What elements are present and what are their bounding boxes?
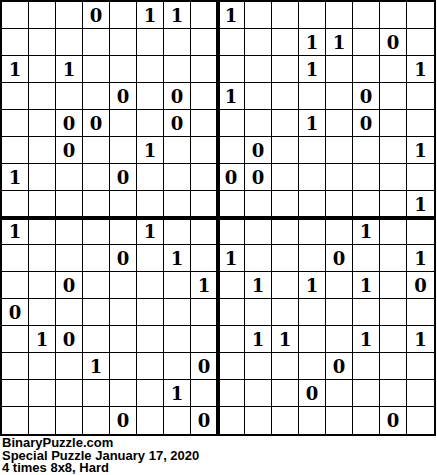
cell-r13c11: 1: [272, 326, 299, 353]
cell-r11c5[interactable]: [110, 272, 137, 299]
cell-r8c14[interactable]: [353, 191, 380, 218]
cell-r11c6[interactable]: [137, 272, 164, 299]
cell-r9c3[interactable]: [56, 218, 83, 245]
cell-r3c4[interactable]: [83, 56, 110, 83]
cell-r14c5[interactable]: [110, 353, 137, 380]
cell-r12c9[interactable]: [218, 299, 245, 326]
cell-r13c2: 1: [29, 326, 56, 353]
cell-r1c4: 0: [83, 2, 110, 29]
cell-r10c16: 1: [407, 245, 434, 272]
cell-r9c15[interactable]: [380, 218, 407, 245]
cell-r5c6[interactable]: [137, 110, 164, 137]
cell-r3c3: 1: [56, 56, 83, 83]
cell-r16c16[interactable]: [407, 407, 434, 434]
cell-r7c5: 0: [110, 164, 137, 191]
cell-r3c1: 1: [2, 56, 29, 83]
cell-r9c10[interactable]: [245, 218, 272, 245]
cell-r10c6[interactable]: [137, 245, 164, 272]
cell-r15c6[interactable]: [137, 380, 164, 407]
cell-r4c15[interactable]: [380, 83, 407, 110]
cell-r15c7: 1: [164, 380, 191, 407]
cell-r6c12[interactable]: [299, 137, 326, 164]
cell-r9c4[interactable]: [83, 218, 110, 245]
cell-r10c12[interactable]: [299, 245, 326, 272]
cell-r9c12[interactable]: [299, 218, 326, 245]
cell-r15c5[interactable]: [110, 380, 137, 407]
cell-r10c1[interactable]: [2, 245, 29, 272]
cell-r9c2[interactable]: [29, 218, 56, 245]
cell-r2c16[interactable]: [407, 29, 434, 56]
cell-r12c12[interactable]: [299, 299, 326, 326]
cell-r8c12[interactable]: [299, 191, 326, 218]
cell-r5c3: 0: [56, 110, 83, 137]
cell-r16c5: 0: [110, 407, 137, 434]
cell-r6c16: 1: [407, 137, 434, 164]
cell-r12c8[interactable]: [191, 299, 218, 326]
cell-r1c10[interactable]: [245, 2, 272, 29]
cell-r12c3[interactable]: [56, 299, 83, 326]
cell-r5c5[interactable]: [110, 110, 137, 137]
cell-r10c5: 0: [110, 245, 137, 272]
cell-r8c16: 1: [407, 191, 434, 218]
cell-r5c9[interactable]: [218, 110, 245, 137]
cell-r15c10[interactable]: [245, 380, 272, 407]
cell-r15c15[interactable]: [380, 380, 407, 407]
cell-r5c2[interactable]: [29, 110, 56, 137]
cell-r7c4[interactable]: [83, 164, 110, 191]
cell-r11c11[interactable]: [272, 272, 299, 299]
cell-r8c13[interactable]: [326, 191, 353, 218]
cell-r13c5[interactable]: [110, 326, 137, 353]
cell-r7c3[interactable]: [56, 164, 83, 191]
cell-r3c8[interactable]: [191, 56, 218, 83]
thick-divider-horizontal: [2, 216, 434, 220]
cell-r14c16[interactable]: [407, 353, 434, 380]
cell-r1c9: 1: [218, 2, 245, 29]
cell-r10c2[interactable]: [29, 245, 56, 272]
cell-r2c1[interactable]: [2, 29, 29, 56]
cell-r16c11[interactable]: [272, 407, 299, 434]
cell-r2c13: 1: [326, 29, 353, 56]
cell-r3c7[interactable]: [164, 56, 191, 83]
cell-r13c8[interactable]: [191, 326, 218, 353]
cell-r16c1[interactable]: [2, 407, 29, 434]
cell-r5c1[interactable]: [2, 110, 29, 137]
cell-r4c7: 0: [164, 83, 191, 110]
cell-r9c8[interactable]: [191, 218, 218, 245]
puzzle-page: 0111110111100100001001011000111101101011…: [0, 0, 437, 475]
cell-r3c6[interactable]: [137, 56, 164, 83]
cell-r13c14: 1: [353, 326, 380, 353]
cell-r5c4: 0: [83, 110, 110, 137]
cell-r13c4[interactable]: [83, 326, 110, 353]
cell-r11c1[interactable]: [2, 272, 29, 299]
cell-r2c2[interactable]: [29, 29, 56, 56]
cell-r6c5[interactable]: [110, 137, 137, 164]
cell-r15c12: 0: [299, 380, 326, 407]
cell-r12c11[interactable]: [272, 299, 299, 326]
cell-r15c2[interactable]: [29, 380, 56, 407]
cell-r13c12[interactable]: [299, 326, 326, 353]
cell-r2c4[interactable]: [83, 29, 110, 56]
cell-r12c7[interactable]: [164, 299, 191, 326]
cell-r6c7[interactable]: [164, 137, 191, 164]
cell-r8c4[interactable]: [83, 191, 110, 218]
cell-r2c11[interactable]: [272, 29, 299, 56]
cell-r7c1: 1: [2, 164, 29, 191]
cell-r8c15[interactable]: [380, 191, 407, 218]
cell-r12c2[interactable]: [29, 299, 56, 326]
cell-r10c8[interactable]: [191, 245, 218, 272]
cell-r10c4[interactable]: [83, 245, 110, 272]
cell-r9c11[interactable]: [272, 218, 299, 245]
cell-r8c2[interactable]: [29, 191, 56, 218]
cell-r13c13[interactable]: [326, 326, 353, 353]
cell-r1c5[interactable]: [110, 2, 137, 29]
cell-r3c12: 1: [299, 56, 326, 83]
cell-r11c2[interactable]: [29, 272, 56, 299]
cell-r15c3[interactable]: [56, 380, 83, 407]
cell-r2c6[interactable]: [137, 29, 164, 56]
cell-r3c14[interactable]: [353, 56, 380, 83]
cell-r3c2[interactable]: [29, 56, 56, 83]
cell-r12c4[interactable]: [83, 299, 110, 326]
cell-r2c9[interactable]: [218, 29, 245, 56]
cell-r8c9[interactable]: [218, 191, 245, 218]
cell-r10c3[interactable]: [56, 245, 83, 272]
cell-r15c9[interactable]: [218, 380, 245, 407]
cell-r4c3[interactable]: [56, 83, 83, 110]
cell-r6c13[interactable]: [326, 137, 353, 164]
cell-r2c15: 0: [380, 29, 407, 56]
cell-r11c8: 1: [191, 272, 218, 299]
cell-r1c6: 1: [137, 2, 164, 29]
cell-r4c10[interactable]: [245, 83, 272, 110]
puzzle-meta: 4 times 8x8, Hard: [2, 462, 437, 475]
cell-r12c1: 0: [2, 299, 29, 326]
cell-r3c5[interactable]: [110, 56, 137, 83]
cell-r11c4[interactable]: [83, 272, 110, 299]
cell-r1c3[interactable]: [56, 2, 83, 29]
cell-r4c1[interactable]: [2, 83, 29, 110]
cell-r10c7: 1: [164, 245, 191, 272]
cell-r8c6[interactable]: [137, 191, 164, 218]
cell-r11c13[interactable]: [326, 272, 353, 299]
cell-r14c7[interactable]: [164, 353, 191, 380]
cell-r13c1[interactable]: [2, 326, 29, 353]
cell-r5c16[interactable]: [407, 110, 434, 137]
cell-r12c10[interactable]: [245, 299, 272, 326]
cell-r2c10[interactable]: [245, 29, 272, 56]
cell-r16c12[interactable]: [299, 407, 326, 434]
cell-r5c12: 1: [299, 110, 326, 137]
cell-r13c7[interactable]: [164, 326, 191, 353]
cell-r7c7[interactable]: [164, 164, 191, 191]
cell-r3c10[interactable]: [245, 56, 272, 83]
cell-r13c15[interactable]: [380, 326, 407, 353]
cell-r11c7[interactable]: [164, 272, 191, 299]
cell-r1c16[interactable]: [407, 2, 434, 29]
cell-r14c13: 0: [326, 353, 353, 380]
cell-r1c1[interactable]: [2, 2, 29, 29]
cell-r6c3: 0: [56, 137, 83, 164]
cell-r16c6[interactable]: [137, 407, 164, 434]
cell-r15c16[interactable]: [407, 380, 434, 407]
cell-r7c14[interactable]: [353, 164, 380, 191]
cell-r14c6[interactable]: [137, 353, 164, 380]
cell-r15c11[interactable]: [272, 380, 299, 407]
cell-r5c13[interactable]: [326, 110, 353, 137]
cell-r1c11[interactable]: [272, 2, 299, 29]
cell-r3c9[interactable]: [218, 56, 245, 83]
cell-r4c16[interactable]: [407, 83, 434, 110]
cell-r16c14[interactable]: [353, 407, 380, 434]
cell-r7c10: 0: [245, 164, 272, 191]
cell-r14c15[interactable]: [380, 353, 407, 380]
cell-r6c2[interactable]: [29, 137, 56, 164]
cell-r4c13[interactable]: [326, 83, 353, 110]
cell-r7c13[interactable]: [326, 164, 353, 191]
cell-r7c11[interactable]: [272, 164, 299, 191]
cell-r13c3: 0: [56, 326, 83, 353]
cell-r7c8[interactable]: [191, 164, 218, 191]
cell-r1c7: 1: [164, 2, 191, 29]
cell-r7c16[interactable]: [407, 164, 434, 191]
cell-r16c13[interactable]: [326, 407, 353, 434]
cell-r14c2[interactable]: [29, 353, 56, 380]
cell-r11c9[interactable]: [218, 272, 245, 299]
cell-r5c10[interactable]: [245, 110, 272, 137]
cell-r3c13[interactable]: [326, 56, 353, 83]
cell-r7c15[interactable]: [380, 164, 407, 191]
cell-r10c15[interactable]: [380, 245, 407, 272]
cell-r1c13[interactable]: [326, 2, 353, 29]
cell-r1c15[interactable]: [380, 2, 407, 29]
cell-r14c11[interactable]: [272, 353, 299, 380]
cell-r6c14[interactable]: [353, 137, 380, 164]
cell-r4c6[interactable]: [137, 83, 164, 110]
cell-r14c9[interactable]: [218, 353, 245, 380]
cell-r13c9[interactable]: [218, 326, 245, 353]
cell-r15c8[interactable]: [191, 380, 218, 407]
cell-r9c16[interactable]: [407, 218, 434, 245]
cell-r16c4[interactable]: [83, 407, 110, 434]
cell-r9c6: 1: [137, 218, 164, 245]
cell-r2c12: 1: [299, 29, 326, 56]
cell-r8c3[interactable]: [56, 191, 83, 218]
cell-r10c13: 0: [326, 245, 353, 272]
cell-r12c6[interactable]: [137, 299, 164, 326]
cell-r4c4[interactable]: [83, 83, 110, 110]
cell-r9c14: 1: [353, 218, 380, 245]
cell-r15c13[interactable]: [326, 380, 353, 407]
cell-r15c4[interactable]: [83, 380, 110, 407]
cell-r6c1[interactable]: [2, 137, 29, 164]
cell-r8c5[interactable]: [110, 191, 137, 218]
cell-r1c2[interactable]: [29, 2, 56, 29]
cell-r16c9[interactable]: [218, 407, 245, 434]
cell-r14c10[interactable]: [245, 353, 272, 380]
cell-r12c5[interactable]: [110, 299, 137, 326]
cell-r10c14[interactable]: [353, 245, 380, 272]
cell-r5c14: 0: [353, 110, 380, 137]
cell-r6c6: 1: [137, 137, 164, 164]
cell-r2c8[interactable]: [191, 29, 218, 56]
cell-r1c12[interactable]: [299, 2, 326, 29]
cell-r11c15[interactable]: [380, 272, 407, 299]
cell-r8c1[interactable]: [2, 191, 29, 218]
cell-r12c13[interactable]: [326, 299, 353, 326]
binary-puzzle-board: 0111110111100100001001011000111101101011…: [0, 0, 436, 436]
cell-r6c15[interactable]: [380, 137, 407, 164]
cell-r3c11[interactable]: [272, 56, 299, 83]
cell-r13c16: 1: [407, 326, 434, 353]
cell-r7c6[interactable]: [137, 164, 164, 191]
cell-r14c3[interactable]: [56, 353, 83, 380]
cell-r8c11[interactable]: [272, 191, 299, 218]
cell-r9c9[interactable]: [218, 218, 245, 245]
cell-r8c7[interactable]: [164, 191, 191, 218]
cell-r12c15[interactable]: [380, 299, 407, 326]
cell-r4c9: 1: [218, 83, 245, 110]
cell-r16c8: 0: [191, 407, 218, 434]
cell-r8c8[interactable]: [191, 191, 218, 218]
cell-r5c11[interactable]: [272, 110, 299, 137]
cell-r1c14[interactable]: [353, 2, 380, 29]
cell-r4c11[interactable]: [272, 83, 299, 110]
cell-r5c8[interactable]: [191, 110, 218, 137]
cell-r8c10[interactable]: [245, 191, 272, 218]
cell-r9c7[interactable]: [164, 218, 191, 245]
cell-r2c5[interactable]: [110, 29, 137, 56]
cell-r11c12: 1: [299, 272, 326, 299]
cell-r7c12[interactable]: [299, 164, 326, 191]
cell-r15c14[interactable]: [353, 380, 380, 407]
cell-r10c11[interactable]: [272, 245, 299, 272]
cell-r11c14: 1: [353, 272, 380, 299]
cell-r3c16: 1: [407, 56, 434, 83]
cell-r14c1[interactable]: [2, 353, 29, 380]
cell-r14c14[interactable]: [353, 353, 380, 380]
cell-r4c8[interactable]: [191, 83, 218, 110]
cell-r6c10: 0: [245, 137, 272, 164]
cell-r2c14[interactable]: [353, 29, 380, 56]
cell-r2c7[interactable]: [164, 29, 191, 56]
cell-r11c16: 0: [407, 272, 434, 299]
cell-r16c2[interactable]: [29, 407, 56, 434]
cell-r11c3: 0: [56, 272, 83, 299]
cell-r4c5: 0: [110, 83, 137, 110]
cell-r6c9[interactable]: [218, 137, 245, 164]
cell-r7c9: 0: [218, 164, 245, 191]
cell-r16c3[interactable]: [56, 407, 83, 434]
cell-r9c13[interactable]: [326, 218, 353, 245]
cell-r4c14: 0: [353, 83, 380, 110]
cell-r6c11[interactable]: [272, 137, 299, 164]
puzzle-caption: BinaryPuzzle.com Special Puzzle January …: [2, 437, 437, 475]
cell-r7c2[interactable]: [29, 164, 56, 191]
cell-r6c4[interactable]: [83, 137, 110, 164]
cell-r2c3[interactable]: [56, 29, 83, 56]
cell-r16c10[interactable]: [245, 407, 272, 434]
cell-r10c10[interactable]: [245, 245, 272, 272]
cell-r15c1[interactable]: [2, 380, 29, 407]
cell-r13c6[interactable]: [137, 326, 164, 353]
cell-r3c15[interactable]: [380, 56, 407, 83]
cell-r6c8[interactable]: [191, 137, 218, 164]
cell-r5c7: 0: [164, 110, 191, 137]
cell-r10c9: 1: [218, 245, 245, 272]
cell-r16c7[interactable]: [164, 407, 191, 434]
cell-r16c15: 0: [380, 407, 407, 434]
cell-r1c8[interactable]: [191, 2, 218, 29]
cell-r5c15[interactable]: [380, 110, 407, 137]
cell-r4c12[interactable]: [299, 83, 326, 110]
cell-r4c2[interactable]: [29, 83, 56, 110]
cell-r14c8: 0: [191, 353, 218, 380]
cell-r13c10: 1: [245, 326, 272, 353]
cell-r14c4: 1: [83, 353, 110, 380]
cell-r9c1: 1: [2, 218, 29, 245]
cell-r14c12[interactable]: [299, 353, 326, 380]
cell-r12c14[interactable]: [353, 299, 380, 326]
cell-r9c5[interactable]: [110, 218, 137, 245]
cell-r11c10: 1: [245, 272, 272, 299]
cell-r12c16[interactable]: [407, 299, 434, 326]
